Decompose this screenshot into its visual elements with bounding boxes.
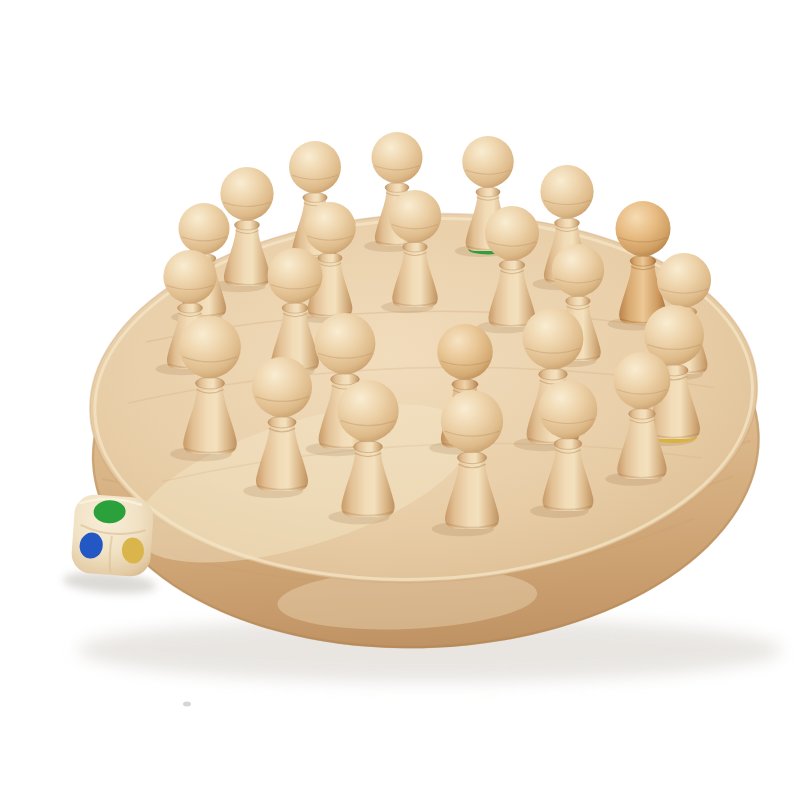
color-die[interactable] [62,493,163,596]
product-photo-scene [0,0,800,800]
scene-canvas [0,0,800,800]
floor-speck [183,702,191,707]
